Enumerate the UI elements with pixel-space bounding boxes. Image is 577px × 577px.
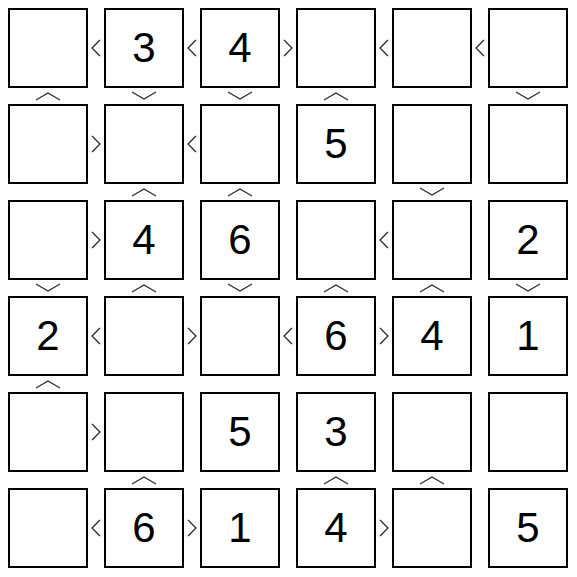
cell-r6c6[interactable]: 5 xyxy=(488,488,568,568)
less-than-icon xyxy=(88,8,104,88)
greater-than-icon xyxy=(88,392,104,472)
cell-r6c5[interactable] xyxy=(392,488,472,568)
up-chevron-icon xyxy=(296,472,376,488)
less-than-icon xyxy=(376,8,392,88)
greater-than-icon xyxy=(88,200,104,280)
cell-r3c6[interactable]: 2 xyxy=(488,200,568,280)
cell-r6c3[interactable]: 1 xyxy=(200,488,280,568)
down-chevron-icon xyxy=(488,88,568,104)
cell-r1c6[interactable] xyxy=(488,8,568,88)
greater-than-icon xyxy=(184,296,200,376)
cell-r2c4[interactable]: 5 xyxy=(296,104,376,184)
cell-r2c1[interactable] xyxy=(8,104,88,184)
less-than-icon xyxy=(280,296,296,376)
cell-r2c6[interactable] xyxy=(488,104,568,184)
up-chevron-icon xyxy=(104,472,184,488)
cell-r4c4[interactable]: 6 xyxy=(296,296,376,376)
up-chevron-icon xyxy=(296,88,376,104)
down-chevron-icon xyxy=(200,88,280,104)
cell-r5c5[interactable] xyxy=(392,392,472,472)
cell-r3c5[interactable] xyxy=(392,200,472,280)
up-chevron-icon xyxy=(296,280,376,296)
greater-than-icon xyxy=(280,8,296,88)
cell-r5c6[interactable] xyxy=(488,392,568,472)
cell-r4c3[interactable] xyxy=(200,296,280,376)
greater-than-icon xyxy=(376,488,392,568)
up-chevron-icon xyxy=(8,376,88,392)
cell-r3c2[interactable]: 4 xyxy=(104,200,184,280)
less-than-icon xyxy=(184,8,200,88)
less-than-icon xyxy=(472,8,488,88)
up-chevron-icon xyxy=(200,184,280,200)
cell-r4c2[interactable] xyxy=(104,296,184,376)
futoshiki-board: 3454622641536145 xyxy=(0,0,576,576)
cell-r2c5[interactable] xyxy=(392,104,472,184)
cell-r4c5[interactable]: 4 xyxy=(392,296,472,376)
less-than-icon xyxy=(376,200,392,280)
cell-r2c2[interactable] xyxy=(104,104,184,184)
less-than-icon xyxy=(184,104,200,184)
cell-r5c3[interactable]: 5 xyxy=(200,392,280,472)
cell-r6c4[interactable]: 4 xyxy=(296,488,376,568)
down-chevron-icon xyxy=(104,88,184,104)
up-chevron-icon xyxy=(392,472,472,488)
cell-r1c3[interactable]: 4 xyxy=(200,8,280,88)
down-chevron-icon xyxy=(8,280,88,296)
greater-than-icon xyxy=(376,296,392,376)
less-than-icon xyxy=(88,488,104,568)
cell-r3c4[interactable] xyxy=(296,200,376,280)
down-chevron-icon xyxy=(392,184,472,200)
cell-r1c2[interactable]: 3 xyxy=(104,8,184,88)
cell-r6c2[interactable]: 6 xyxy=(104,488,184,568)
cell-r3c3[interactable]: 6 xyxy=(200,200,280,280)
cell-r6c1[interactable] xyxy=(8,488,88,568)
cell-r4c1[interactable]: 2 xyxy=(8,296,88,376)
down-chevron-icon xyxy=(200,280,280,296)
greater-than-icon xyxy=(184,488,200,568)
cell-r1c5[interactable] xyxy=(392,8,472,88)
less-than-icon xyxy=(88,296,104,376)
down-chevron-icon xyxy=(488,280,568,296)
cell-r5c1[interactable] xyxy=(8,392,88,472)
up-chevron-icon xyxy=(104,184,184,200)
cell-r3c1[interactable] xyxy=(8,200,88,280)
up-chevron-icon xyxy=(104,280,184,296)
cell-r1c1[interactable] xyxy=(8,8,88,88)
cell-r1c4[interactable] xyxy=(296,8,376,88)
cell-r5c2[interactable] xyxy=(104,392,184,472)
cell-r4c6[interactable]: 1 xyxy=(488,296,568,376)
up-chevron-icon xyxy=(392,280,472,296)
cell-r5c4[interactable]: 3 xyxy=(296,392,376,472)
up-chevron-icon xyxy=(8,88,88,104)
greater-than-icon xyxy=(88,104,104,184)
cell-r2c3[interactable] xyxy=(200,104,280,184)
